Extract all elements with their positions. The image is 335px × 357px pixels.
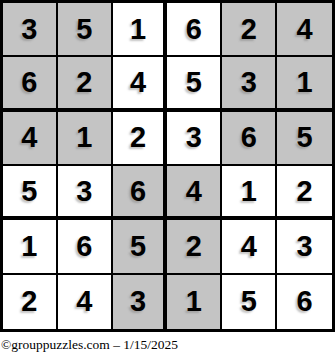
cell-r3c2: 1 bbox=[58, 112, 113, 166]
cell-r6c5: 5 bbox=[222, 275, 277, 329]
cell-r2c1: 6 bbox=[3, 57, 58, 111]
cell-r4c6: 2 bbox=[277, 166, 332, 220]
cell-r5c4: 2 bbox=[167, 220, 222, 274]
cell-r3c3: 2 bbox=[113, 112, 168, 166]
cell-r6c3: 3 bbox=[113, 275, 168, 329]
cell-r3c1: 4 bbox=[3, 112, 58, 166]
cell-r1c3: 1 bbox=[113, 3, 168, 57]
cell-r3c4: 3 bbox=[167, 112, 222, 166]
cell-r3c5: 6 bbox=[222, 112, 277, 166]
cell-r3c6: 5 bbox=[277, 112, 332, 166]
credit-text: ©grouppuzzles.com – 1/15/2025 bbox=[1, 337, 178, 353]
cell-r4c2: 3 bbox=[58, 166, 113, 220]
cell-r2c4: 5 bbox=[167, 57, 222, 111]
cell-r1c2: 5 bbox=[58, 3, 113, 57]
cell-r6c4: 1 bbox=[167, 275, 222, 329]
board: 351624624531412365536412165243243156 bbox=[0, 0, 335, 332]
cell-r4c4: 4 bbox=[167, 166, 222, 220]
cell-r4c5: 1 bbox=[222, 166, 277, 220]
cell-r2c5: 3 bbox=[222, 57, 277, 111]
cell-r5c3: 5 bbox=[113, 220, 168, 274]
cell-r5c1: 1 bbox=[3, 220, 58, 274]
cell-r2c6: 1 bbox=[277, 57, 332, 111]
cell-r1c4: 6 bbox=[167, 3, 222, 57]
cell-r1c6: 4 bbox=[277, 3, 332, 57]
cell-r6c2: 4 bbox=[58, 275, 113, 329]
puzzle-page: 351624624531412365536412165243243156 ©gr… bbox=[0, 0, 335, 357]
cell-r4c1: 5 bbox=[3, 166, 58, 220]
cell-r6c6: 6 bbox=[277, 275, 332, 329]
cell-r5c6: 3 bbox=[277, 220, 332, 274]
cell-r1c5: 2 bbox=[222, 3, 277, 57]
cell-r2c2: 2 bbox=[58, 57, 113, 111]
cell-r4c3: 6 bbox=[113, 166, 168, 220]
cell-r5c2: 6 bbox=[58, 220, 113, 274]
cell-r2c3: 4 bbox=[113, 57, 168, 111]
cell-r1c1: 3 bbox=[3, 3, 58, 57]
cell-r6c1: 2 bbox=[3, 275, 58, 329]
cell-r5c5: 4 bbox=[222, 220, 277, 274]
